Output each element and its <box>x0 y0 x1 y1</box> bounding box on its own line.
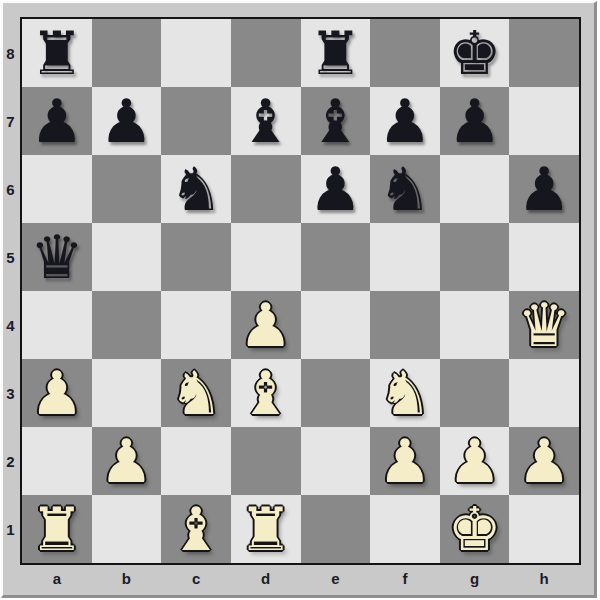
square-h1[interactable] <box>509 495 579 563</box>
square-d3[interactable]: ♝ <box>231 359 301 427</box>
black-queen-piece: ♛ <box>30 223 84 291</box>
square-e4[interactable] <box>301 291 371 359</box>
white-bishop-piece: ♝ <box>169 495 223 563</box>
square-c6[interactable]: ♞ <box>161 155 231 223</box>
square-g2[interactable]: ♟ <box>440 427 510 495</box>
rank-labels: 87654321 <box>2 19 19 563</box>
rank-label-3: 3 <box>2 359 19 427</box>
square-e7[interactable]: ♝ <box>301 87 371 155</box>
black-pawn-piece: ♟ <box>378 87 432 155</box>
file-label-g: g <box>440 565 510 591</box>
square-b6[interactable] <box>92 155 162 223</box>
square-g1[interactable]: ♚ <box>440 495 510 563</box>
rank-label-5: 5 <box>2 223 19 291</box>
rank-label-2: 2 <box>2 427 19 495</box>
square-c8[interactable] <box>161 19 231 87</box>
rank-label-6: 6 <box>2 155 19 223</box>
black-knight-piece: ♞ <box>169 155 223 223</box>
square-c3[interactable]: ♞ <box>161 359 231 427</box>
square-c2[interactable] <box>161 427 231 495</box>
rank-label-4: 4 <box>2 291 19 359</box>
square-e2[interactable] <box>301 427 371 495</box>
square-h2[interactable]: ♟ <box>509 427 579 495</box>
white-pawn-piece: ♟ <box>100 427 154 495</box>
square-g7[interactable]: ♟ <box>440 87 510 155</box>
white-king-piece: ♚ <box>448 495 502 563</box>
square-d6[interactable] <box>231 155 301 223</box>
square-h5[interactable] <box>509 223 579 291</box>
square-a7[interactable]: ♟ <box>22 87 92 155</box>
square-h7[interactable] <box>509 87 579 155</box>
square-a4[interactable] <box>22 291 92 359</box>
file-label-d: d <box>231 565 301 591</box>
square-f1[interactable] <box>370 495 440 563</box>
white-pawn-piece: ♟ <box>378 427 432 495</box>
chess-diagram: 87654321 ♜♜♚♟♟♝♝♟♟♞♟♞♟♛♟♛♟♞♝♞♟♟♟♟♜♝♜♚ ab… <box>0 0 600 600</box>
white-knight-piece: ♞ <box>169 359 223 427</box>
square-e1[interactable] <box>301 495 371 563</box>
square-d5[interactable] <box>231 223 301 291</box>
black-pawn-piece: ♟ <box>448 87 502 155</box>
square-b7[interactable]: ♟ <box>92 87 162 155</box>
file-label-h: h <box>509 565 579 591</box>
white-queen-piece: ♛ <box>517 291 571 359</box>
square-g6[interactable] <box>440 155 510 223</box>
square-f4[interactable] <box>370 291 440 359</box>
square-e6[interactable]: ♟ <box>301 155 371 223</box>
white-rook-piece: ♜ <box>30 495 84 563</box>
square-a6[interactable] <box>22 155 92 223</box>
rank-label-1: 1 <box>2 495 19 563</box>
square-f5[interactable] <box>370 223 440 291</box>
file-label-a: a <box>22 565 92 591</box>
file-label-c: c <box>161 565 231 591</box>
black-rook-piece: ♜ <box>30 19 84 87</box>
square-b4[interactable] <box>92 291 162 359</box>
white-pawn-piece: ♟ <box>239 291 293 359</box>
file-label-f: f <box>370 565 440 591</box>
black-rook-piece: ♜ <box>308 19 362 87</box>
rank-label-8: 8 <box>2 19 19 87</box>
square-g8[interactable]: ♚ <box>440 19 510 87</box>
square-d2[interactable] <box>231 427 301 495</box>
black-pawn-piece: ♟ <box>517 155 571 223</box>
square-b5[interactable] <box>92 223 162 291</box>
black-bishop-piece: ♝ <box>308 87 362 155</box>
square-a2[interactable] <box>22 427 92 495</box>
square-f2[interactable]: ♟ <box>370 427 440 495</box>
square-h3[interactable] <box>509 359 579 427</box>
square-a3[interactable]: ♟ <box>22 359 92 427</box>
square-f6[interactable]: ♞ <box>370 155 440 223</box>
white-pawn-piece: ♟ <box>30 359 84 427</box>
square-c5[interactable] <box>161 223 231 291</box>
square-b2[interactable]: ♟ <box>92 427 162 495</box>
square-h8[interactable] <box>509 19 579 87</box>
square-e3[interactable] <box>301 359 371 427</box>
black-knight-piece: ♞ <box>378 155 432 223</box>
white-pawn-piece: ♟ <box>517 427 571 495</box>
black-pawn-piece: ♟ <box>308 155 362 223</box>
square-e5[interactable] <box>301 223 371 291</box>
chess-board[interactable]: ♜♜♚♟♟♝♝♟♟♞♟♞♟♛♟♛♟♞♝♞♟♟♟♟♜♝♜♚ <box>20 17 581 565</box>
square-d8[interactable] <box>231 19 301 87</box>
rank-label-7: 7 <box>2 87 19 155</box>
square-h4[interactable]: ♛ <box>509 291 579 359</box>
square-d7[interactable]: ♝ <box>231 87 301 155</box>
file-label-e: e <box>301 565 371 591</box>
square-g5[interactable] <box>440 223 510 291</box>
square-g4[interactable] <box>440 291 510 359</box>
square-c1[interactable]: ♝ <box>161 495 231 563</box>
black-bishop-piece: ♝ <box>239 87 293 155</box>
file-label-b: b <box>92 565 162 591</box>
white-pawn-piece: ♟ <box>448 427 502 495</box>
white-rook-piece: ♜ <box>239 495 293 563</box>
square-b3[interactable] <box>92 359 162 427</box>
file-labels: abcdefgh <box>22 565 579 591</box>
square-c7[interactable] <box>161 87 231 155</box>
white-bishop-piece: ♝ <box>239 359 293 427</box>
square-a8[interactable]: ♜ <box>22 19 92 87</box>
square-a5[interactable]: ♛ <box>22 223 92 291</box>
square-b1[interactable] <box>92 495 162 563</box>
square-a1[interactable]: ♜ <box>22 495 92 563</box>
square-d4[interactable]: ♟ <box>231 291 301 359</box>
black-pawn-piece: ♟ <box>100 87 154 155</box>
square-h6[interactable]: ♟ <box>509 155 579 223</box>
square-g3[interactable] <box>440 359 510 427</box>
square-d1[interactable]: ♜ <box>231 495 301 563</box>
square-b8[interactable] <box>92 19 162 87</box>
square-f7[interactable]: ♟ <box>370 87 440 155</box>
square-f8[interactable] <box>370 19 440 87</box>
white-knight-piece: ♞ <box>378 359 432 427</box>
square-e8[interactable]: ♜ <box>301 19 371 87</box>
square-f3[interactable]: ♞ <box>370 359 440 427</box>
black-king-piece: ♚ <box>448 19 502 87</box>
black-pawn-piece: ♟ <box>30 87 84 155</box>
square-c4[interactable] <box>161 291 231 359</box>
